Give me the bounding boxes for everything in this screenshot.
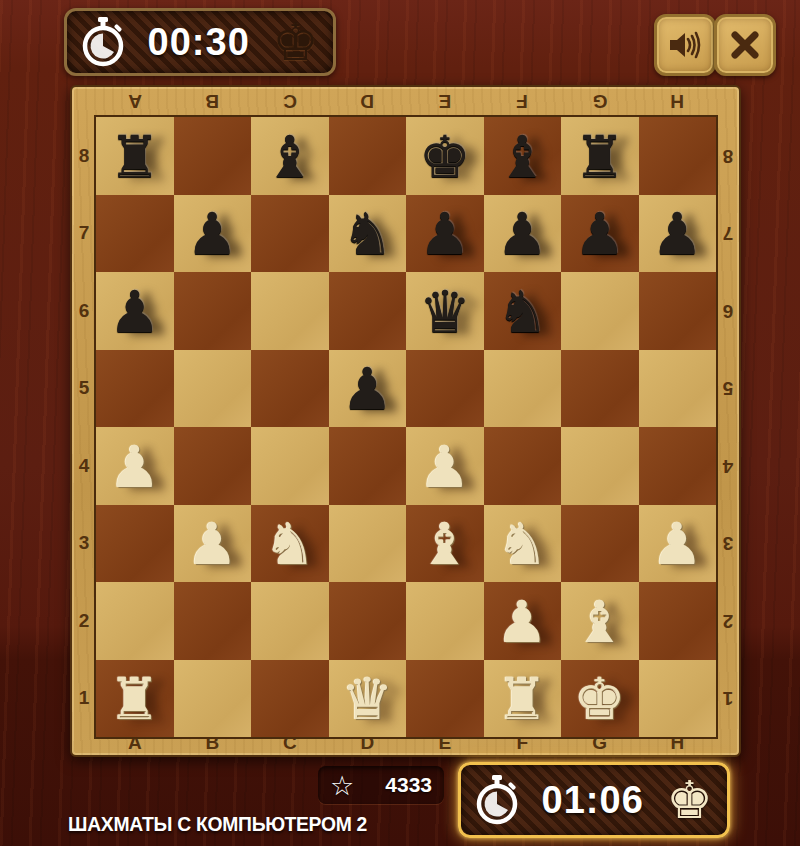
square-e7[interactable]: ♟: [406, 195, 484, 273]
black-pawn-a6: ♟: [96, 276, 174, 348]
black-bishop-c8: ♝: [251, 121, 329, 193]
square-b3[interactable]: ♟: [174, 505, 252, 583]
square-e2[interactable]: [406, 582, 484, 660]
square-e1[interactable]: [406, 660, 484, 738]
white-pawn-e4: ♟: [406, 431, 484, 503]
square-b2[interactable]: [174, 582, 252, 660]
square-e5[interactable]: [406, 350, 484, 428]
white-knight-c3: ♞: [251, 508, 329, 580]
black-clock-time: 00:30: [148, 21, 250, 64]
square-c3[interactable]: ♞: [251, 505, 329, 583]
game-screen: 00:30 ♚ ABCDEFGH ABCDEFGH 87654321 87654…: [0, 0, 800, 846]
rank-label-2: 2: [74, 611, 94, 631]
game-title: ШАХМАТЫ С КОМПЬЮТЕРОМ 2: [68, 812, 367, 836]
rank-label-6: 6: [74, 301, 94, 321]
square-f8[interactable]: ♝: [484, 117, 562, 195]
stopwatch-icon: [475, 774, 519, 826]
close-icon: [730, 30, 760, 60]
square-b7[interactable]: ♟: [174, 195, 252, 273]
square-c2[interactable]: [251, 582, 329, 660]
square-a2[interactable]: [96, 582, 174, 660]
square-a1[interactable]: ♜: [96, 660, 174, 738]
square-g1[interactable]: ♚: [561, 660, 639, 738]
rank-label-4: 4: [718, 456, 738, 476]
square-f3[interactable]: ♞: [484, 505, 562, 583]
square-d7[interactable]: ♞: [329, 195, 407, 273]
white-pawn-f2: ♟: [484, 586, 562, 658]
square-g5[interactable]: [561, 350, 639, 428]
chess-board: ♜♝♚♝♜♟♞♟♟♟♟♟♛♞♟♟♟♟♞♝♞♟♟♝♜♛♜♚: [96, 117, 716, 737]
rank-label-8: 8: [74, 146, 94, 166]
square-a4[interactable]: ♟: [96, 427, 174, 505]
board-frame: ABCDEFGH ABCDEFGH 87654321 87654321 ♜♝♚♝…: [70, 85, 741, 757]
square-a7[interactable]: [96, 195, 174, 273]
rank-label-3: 3: [74, 533, 94, 553]
square-a8[interactable]: ♜: [96, 117, 174, 195]
file-label-H: H: [667, 91, 687, 111]
square-g6[interactable]: [561, 272, 639, 350]
square-b6[interactable]: [174, 272, 252, 350]
square-b8[interactable]: [174, 117, 252, 195]
score-panel: ☆ 4333: [318, 766, 444, 804]
square-h4[interactable]: [639, 427, 717, 505]
square-b1[interactable]: [174, 660, 252, 738]
white-bishop-e3: ♝: [406, 508, 484, 580]
white-pawn-b3: ♟: [174, 508, 252, 580]
square-a6[interactable]: ♟: [96, 272, 174, 350]
white-queen-d1: ♛: [329, 663, 407, 735]
square-d8[interactable]: [329, 117, 407, 195]
square-h6[interactable]: [639, 272, 717, 350]
square-d6[interactable]: [329, 272, 407, 350]
square-d5[interactable]: ♟: [329, 350, 407, 428]
black-pawn-g7: ♟: [561, 198, 639, 270]
speaker-icon: [668, 30, 702, 60]
black-rook-g8: ♜: [561, 121, 639, 193]
black-pawn-d5: ♟: [329, 353, 407, 425]
square-e8[interactable]: ♚: [406, 117, 484, 195]
black-bishop-f8: ♝: [484, 121, 562, 193]
black-knight-f6: ♞: [484, 276, 562, 348]
rank-label-2: 2: [718, 611, 738, 631]
square-f5[interactable]: [484, 350, 562, 428]
square-h5[interactable]: [639, 350, 717, 428]
file-label-C: C: [280, 91, 300, 111]
square-g4[interactable]: [561, 427, 639, 505]
file-label-F: F: [512, 91, 532, 111]
white-king-icon: ♚: [666, 774, 713, 826]
square-g2[interactable]: ♝: [561, 582, 639, 660]
white-pawn-h3: ♟: [639, 508, 717, 580]
rank-label-3: 3: [718, 533, 738, 553]
white-knight-f3: ♞: [484, 508, 562, 580]
black-king-icon: ♚: [272, 16, 319, 68]
square-f4[interactable]: [484, 427, 562, 505]
square-f1[interactable]: ♜: [484, 660, 562, 738]
rank-label-7: 7: [718, 223, 738, 243]
sound-button[interactable]: [654, 14, 716, 76]
rank-label-8: 8: [718, 146, 738, 166]
rank-label-4: 4: [74, 456, 94, 476]
black-pawn-f7: ♟: [484, 198, 562, 270]
square-f7[interactable]: ♟: [484, 195, 562, 273]
black-rook-a8: ♜: [96, 121, 174, 193]
score-value: 4333: [385, 773, 432, 797]
square-f2[interactable]: ♟: [484, 582, 562, 660]
rank-label-5: 5: [74, 378, 94, 398]
square-c7[interactable]: [251, 195, 329, 273]
square-h7[interactable]: ♟: [639, 195, 717, 273]
star-icon: ☆: [330, 772, 354, 799]
rank-label-5: 5: [718, 378, 738, 398]
square-d4[interactable]: [329, 427, 407, 505]
file-label-B: B: [202, 91, 222, 111]
black-queen-e6: ♛: [406, 276, 484, 348]
square-c6[interactable]: [251, 272, 329, 350]
white-rook-a1: ♜: [96, 663, 174, 735]
square-e6[interactable]: ♛: [406, 272, 484, 350]
square-g3[interactable]: [561, 505, 639, 583]
square-e3[interactable]: ♝: [406, 505, 484, 583]
black-pawn-h7: ♟: [639, 198, 717, 270]
file-label-E: E: [435, 91, 455, 111]
square-h2[interactable]: [639, 582, 717, 660]
black-pawn-b7: ♟: [174, 198, 252, 270]
square-h3[interactable]: ♟: [639, 505, 717, 583]
white-bishop-g2: ♝: [561, 586, 639, 658]
square-b4[interactable]: [174, 427, 252, 505]
square-c8[interactable]: ♝: [251, 117, 329, 195]
close-button[interactable]: [714, 14, 776, 76]
black-clock-panel: 00:30 ♚: [64, 8, 336, 76]
rank-label-7: 7: [74, 223, 94, 243]
rank-label-6: 6: [718, 301, 738, 321]
file-label-A: A: [125, 91, 145, 111]
square-a3[interactable]: [96, 505, 174, 583]
square-c4[interactable]: [251, 427, 329, 505]
black-king-e8: ♚: [406, 121, 484, 193]
rank-label-1: 1: [74, 688, 94, 708]
square-d1[interactable]: ♛: [329, 660, 407, 738]
square-a5[interactable]: [96, 350, 174, 428]
square-g8[interactable]: ♜: [561, 117, 639, 195]
square-d2[interactable]: [329, 582, 407, 660]
file-label-G: G: [590, 91, 610, 111]
square-g7[interactable]: ♟: [561, 195, 639, 273]
white-clock-time: 01:06: [542, 779, 644, 822]
white-clock-panel: 01:06 ♚: [458, 762, 730, 838]
rank-label-1: 1: [718, 688, 738, 708]
white-pawn-a4: ♟: [96, 431, 174, 503]
white-rook-f1: ♜: [484, 663, 562, 735]
square-h1[interactable]: [639, 660, 717, 738]
black-knight-d7: ♞: [329, 198, 407, 270]
square-e4[interactable]: ♟: [406, 427, 484, 505]
file-label-D: D: [357, 91, 377, 111]
white-king-g1: ♚: [561, 663, 639, 735]
square-f6[interactable]: ♞: [484, 272, 562, 350]
stopwatch-icon: [81, 16, 125, 68]
square-c1[interactable]: [251, 660, 329, 738]
square-h8[interactable]: [639, 117, 717, 195]
square-c5[interactable]: [251, 350, 329, 428]
black-pawn-e7: ♟: [406, 198, 484, 270]
square-d3[interactable]: [329, 505, 407, 583]
square-b5[interactable]: [174, 350, 252, 428]
